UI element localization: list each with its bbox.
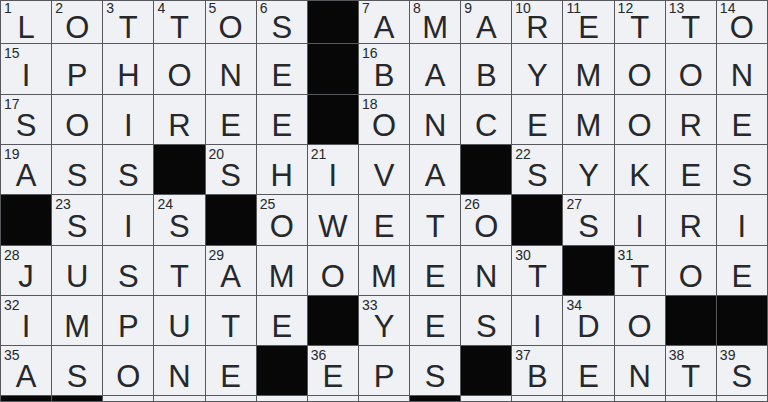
cell-letter: H — [257, 160, 307, 191]
cell-r5c7[interactable]: W — [308, 195, 359, 245]
black-cell-r8c6 — [257, 346, 308, 396]
cell-r7c2[interactable]: M — [52, 296, 103, 346]
cell-letter: P — [359, 361, 409, 392]
black-cell-r9c1 — [1, 396, 52, 402]
cell-letter: O — [461, 211, 511, 242]
cell-r4c12[interactable]: Y — [563, 145, 614, 195]
cell-r8c2[interactable]: S — [52, 346, 103, 396]
cell-letter: M — [52, 311, 102, 342]
cell-letter: N — [461, 261, 511, 292]
cell-r5c6[interactable]: 25O — [257, 195, 308, 245]
cell-r9c10[interactable] — [461, 396, 512, 402]
cell-r8c1[interactable]: 35A — [1, 346, 52, 396]
cell-r1c12[interactable]: 11E — [563, 1, 614, 44]
black-cell-r7c7 — [308, 296, 359, 346]
cell-letter: I — [717, 211, 767, 242]
cell-letter: P — [52, 60, 102, 91]
cell-letter: S — [512, 160, 562, 191]
cell-r4c9[interactable]: A — [410, 145, 461, 195]
cell-letter: R — [154, 110, 204, 141]
cell-letter: A — [410, 160, 460, 191]
black-cell-r1c7 — [308, 1, 359, 44]
cell-letter: O — [615, 311, 665, 342]
cell-letter: O — [717, 12, 767, 43]
cell-letter: S — [410, 361, 460, 392]
cell-letter: E — [717, 261, 767, 292]
cell-letter: S — [717, 361, 767, 392]
black-cell-r4c4 — [154, 145, 205, 195]
cell-r3c6[interactable]: E — [257, 95, 308, 145]
black-cell-r9c9 — [410, 396, 461, 402]
cell-letter: B — [359, 60, 409, 91]
cell-r6c15[interactable]: E — [717, 246, 768, 296]
cell-letter: W — [308, 211, 358, 242]
cell-r3c8[interactable]: 18O — [359, 95, 410, 145]
cell-letter: S — [103, 160, 153, 191]
cell-r5c12[interactable]: 27S — [563, 195, 614, 245]
cell-r5c14[interactable]: R — [666, 195, 717, 245]
crossword-grid: 1L2O3T4T5O6S7A8M9A10R11E12T13T14O15IPHON… — [0, 0, 768, 402]
black-cell-r7c14 — [666, 296, 717, 346]
cell-r5c10[interactable]: 26O — [461, 195, 512, 245]
cell-r3c4[interactable]: R — [154, 95, 205, 145]
cell-r7c12[interactable]: 34D — [563, 296, 614, 346]
cell-r2c11[interactable]: Y — [512, 44, 563, 94]
cell-r7c4[interactable]: U — [154, 296, 205, 346]
cell-letter: S — [52, 160, 102, 191]
cell-letter: I — [615, 211, 665, 242]
cell-letter: C — [461, 110, 511, 141]
cell-r2c12[interactable]: M — [563, 44, 614, 94]
cell-r8c3[interactable]: O — [103, 346, 154, 396]
cell-letter: T — [410, 211, 460, 242]
cell-r2c8[interactable]: 16B — [359, 44, 410, 94]
black-cell-r3c7 — [308, 95, 359, 145]
cell-r8c7[interactable]: 36E — [308, 346, 359, 396]
cell-letter: I — [103, 110, 153, 141]
clue-number: 21 — [311, 147, 327, 161]
cell-r9c13[interactable] — [615, 396, 666, 402]
cell-letter: T — [666, 361, 716, 392]
cell-r3c13[interactable]: O — [615, 95, 666, 145]
cell-letter: I — [308, 160, 358, 191]
cell-letter: Y — [563, 160, 613, 191]
cell-letter: A — [461, 12, 511, 43]
cell-r6c3[interactable]: S — [103, 246, 154, 296]
cell-r5c9[interactable]: T — [410, 195, 461, 245]
cell-r4c7[interactable]: 21I — [308, 145, 359, 195]
cell-letter: U — [52, 261, 102, 292]
cell-r1c3[interactable]: 3T — [103, 1, 154, 44]
cell-letter: E — [666, 160, 716, 191]
cell-letter: S — [717, 160, 767, 191]
cell-letter: A — [1, 160, 51, 191]
cell-r3c5[interactable]: E — [206, 95, 257, 145]
cell-r1c15[interactable]: 14O — [717, 1, 768, 44]
cell-r4c5[interactable]: 20S — [206, 145, 257, 195]
cell-r1c6[interactable]: 6S — [257, 1, 308, 44]
black-cell-r4c10 — [461, 145, 512, 195]
cell-r2c6[interactable]: E — [257, 44, 308, 94]
cell-r1c14[interactable]: 13T — [666, 1, 717, 44]
cell-letter: V — [359, 160, 409, 191]
cell-r3c10[interactable]: C — [461, 95, 512, 145]
cell-r8c5[interactable]: E — [206, 346, 257, 396]
cell-letter: T — [666, 12, 716, 43]
cell-letter: M — [563, 110, 613, 141]
cell-r5c4[interactable]: 24S — [154, 195, 205, 245]
cell-letter: S — [103, 261, 153, 292]
cell-letter: M — [563, 60, 613, 91]
cell-letter: E — [359, 211, 409, 242]
cell-letter: M — [359, 261, 409, 292]
cell-r7c8[interactable]: 33Y — [359, 296, 410, 346]
clue-number: 32 — [4, 298, 20, 312]
cell-letter: E — [206, 361, 256, 392]
cell-r2c5[interactable]: N — [206, 44, 257, 94]
cell-r3c2[interactable]: O — [52, 95, 103, 145]
cell-letter: U — [154, 311, 204, 342]
cell-r3c3[interactable]: I — [103, 95, 154, 145]
cell-r4c11[interactable]: 22S — [512, 145, 563, 195]
cell-letter: T — [512, 261, 562, 292]
cell-r3c15[interactable]: E — [717, 95, 768, 145]
cell-letter: L — [1, 12, 51, 43]
cell-letter: I — [1, 311, 51, 342]
cell-letter: D — [563, 311, 613, 342]
cell-letter: O — [615, 60, 665, 91]
cell-r1c1[interactable]: 1L — [1, 1, 52, 44]
cell-letter: O — [257, 211, 307, 242]
cell-letter: O — [103, 361, 153, 392]
cell-letter: O — [52, 12, 102, 43]
cell-r8c11[interactable]: 37B — [512, 346, 563, 396]
cell-r2c1[interactable]: 15I — [1, 44, 52, 94]
black-cell-r7c15 — [717, 296, 768, 346]
cell-r6c4[interactable]: T — [154, 246, 205, 296]
cell-r2c4[interactable]: O — [154, 44, 205, 94]
cell-letter: P — [103, 311, 153, 342]
cell-r8c8[interactable]: P — [359, 346, 410, 396]
cell-r9c12[interactable] — [563, 396, 614, 402]
cell-letter: A — [1, 361, 51, 392]
cell-letter: T — [154, 261, 204, 292]
cell-r5c2[interactable]: 23S — [52, 195, 103, 245]
cell-letter: T — [154, 12, 204, 43]
cell-r2c15[interactable]: N — [717, 44, 768, 94]
cell-r6c7[interactable]: O — [308, 246, 359, 296]
cell-r1c9[interactable]: 8M — [410, 1, 461, 44]
cell-letter: E — [410, 261, 460, 292]
cell-letter: E — [257, 311, 307, 342]
cell-r7c11[interactable]: I — [512, 296, 563, 346]
cell-r3c11[interactable]: E — [512, 95, 563, 145]
cell-r2c13[interactable]: O — [615, 44, 666, 94]
cell-r9c11[interactable] — [512, 396, 563, 402]
clue-number: 28 — [4, 248, 20, 262]
cell-r9c3[interactable] — [103, 396, 154, 402]
cell-letter: H — [103, 60, 153, 91]
cell-r7c5[interactable]: T — [206, 296, 257, 346]
cell-r6c10[interactable]: N — [461, 246, 512, 296]
cell-r1c2[interactable]: 2O — [52, 1, 103, 44]
cell-r6c5[interactable]: 29A — [206, 246, 257, 296]
cell-r9c7[interactable] — [308, 396, 359, 402]
black-cell-r2c7 — [308, 44, 359, 94]
cell-r6c2[interactable]: U — [52, 246, 103, 296]
cell-r2c9[interactable]: A — [410, 44, 461, 94]
black-cell-r9c2 — [52, 396, 103, 402]
cell-r7c3[interactable]: P — [103, 296, 154, 346]
cell-letter: Y — [359, 311, 409, 342]
cell-letter: I — [512, 311, 562, 342]
cell-letter: S — [154, 211, 204, 242]
cell-letter: M — [257, 261, 307, 292]
cell-r9c15[interactable] — [717, 396, 768, 402]
cell-r4c13[interactable]: K — [615, 145, 666, 195]
cell-r8c9[interactable]: S — [410, 346, 461, 396]
cell-r5c13[interactable]: I — [615, 195, 666, 245]
cell-r2c10[interactable]: B — [461, 44, 512, 94]
cell-r1c10[interactable]: 9A — [461, 1, 512, 44]
cell-r8c15[interactable]: 39S — [717, 346, 768, 396]
cell-r1c8[interactable]: 7A — [359, 1, 410, 44]
cell-r7c9[interactable]: E — [410, 296, 461, 346]
cell-letter: E — [257, 60, 307, 91]
cell-r7c1[interactable]: 32I — [1, 296, 52, 346]
cell-letter: K — [615, 160, 665, 191]
cell-letter: T — [615, 12, 665, 43]
cell-letter: B — [461, 60, 511, 91]
cell-r2c2[interactable]: P — [52, 44, 103, 94]
cell-letter: N — [410, 110, 460, 141]
cell-letter: A — [410, 60, 460, 91]
cell-r6c11[interactable]: 30T — [512, 246, 563, 296]
cell-r3c12[interactable]: M — [563, 95, 614, 145]
cell-letter: E — [512, 110, 562, 141]
cell-letter: E — [563, 361, 613, 392]
cell-letter: E — [717, 110, 767, 141]
cell-letter: B — [512, 361, 562, 392]
cell-letter: J — [1, 261, 51, 292]
cell-r4c2[interactable]: S — [52, 145, 103, 195]
cell-letter: E — [410, 311, 460, 342]
cell-r1c5[interactable]: 5O — [206, 1, 257, 44]
cell-letter: S — [1, 110, 51, 141]
cell-r2c3[interactable]: H — [103, 44, 154, 94]
cell-r4c1[interactable]: 19A — [1, 145, 52, 195]
black-cell-r5c1 — [1, 195, 52, 245]
cell-letter: S — [461, 311, 511, 342]
cell-letter: O — [666, 60, 716, 91]
cell-r1c11[interactable]: 10R — [512, 1, 563, 44]
cell-letter: O — [206, 12, 256, 43]
cell-r7c13[interactable]: O — [615, 296, 666, 346]
cell-letter: E — [206, 110, 256, 141]
cell-r9c14[interactable] — [666, 396, 717, 402]
cell-r9c6[interactable] — [257, 396, 308, 402]
cell-r6c13[interactable]: 31T — [615, 246, 666, 296]
cell-r9c8[interactable] — [359, 396, 410, 402]
cell-letter: S — [206, 160, 256, 191]
cell-letter: R — [666, 211, 716, 242]
cell-letter: R — [666, 110, 716, 141]
cell-r7c10[interactable]: S — [461, 296, 512, 346]
cell-r7c6[interactable]: E — [257, 296, 308, 346]
cell-letter: Y — [512, 60, 562, 91]
cell-r9c4[interactable] — [154, 396, 205, 402]
cell-r8c12[interactable]: E — [563, 346, 614, 396]
cell-r8c4[interactable]: N — [154, 346, 205, 396]
black-cell-r8c10 — [461, 346, 512, 396]
cell-r3c9[interactable]: N — [410, 95, 461, 145]
cell-r2c14[interactable]: O — [666, 44, 717, 94]
cell-r8c14[interactable]: 38T — [666, 346, 717, 396]
black-cell-r6c12 — [563, 246, 614, 296]
cell-letter: A — [206, 261, 256, 292]
cell-r4c8[interactable]: V — [359, 145, 410, 195]
cell-letter: R — [512, 12, 562, 43]
cell-letter: N — [717, 60, 767, 91]
cell-letter: S — [257, 12, 307, 43]
cell-letter: T — [103, 12, 153, 43]
cell-r4c3[interactable]: S — [103, 145, 154, 195]
cell-r4c15[interactable]: S — [717, 145, 768, 195]
cell-letter: O — [615, 110, 665, 141]
clue-number: 15 — [4, 46, 20, 60]
black-cell-r5c5 — [206, 195, 257, 245]
cell-letter: E — [257, 110, 307, 141]
cell-r6c6[interactable]: M — [257, 246, 308, 296]
cell-r6c1[interactable]: 28J — [1, 246, 52, 296]
cell-letter: T — [206, 311, 256, 342]
cell-r5c3[interactable]: I — [103, 195, 154, 245]
cell-letter: O — [308, 261, 358, 292]
cell-letter: S — [52, 211, 102, 242]
cell-r5c8[interactable]: E — [359, 195, 410, 245]
cell-letter: S — [563, 211, 613, 242]
cell-letter: N — [615, 361, 665, 392]
cell-letter: N — [206, 60, 256, 91]
cell-r3c1[interactable]: 17S — [1, 95, 52, 145]
cell-letter: I — [1, 60, 51, 91]
cell-r4c6[interactable]: H — [257, 145, 308, 195]
cell-letter: A — [359, 12, 409, 43]
cell-letter: E — [308, 361, 358, 392]
cell-letter: O — [154, 60, 204, 91]
cell-r4c14[interactable]: E — [666, 145, 717, 195]
cell-r6c9[interactable]: E — [410, 246, 461, 296]
cell-r6c14[interactable]: O — [666, 246, 717, 296]
cell-letter: O — [666, 261, 716, 292]
cell-r1c4[interactable]: 4T — [154, 1, 205, 44]
cell-letter: S — [52, 361, 102, 392]
cell-letter: I — [103, 211, 153, 242]
cell-r1c13[interactable]: 12T — [615, 1, 666, 44]
cell-r8c13[interactable]: N — [615, 346, 666, 396]
black-cell-r5c11 — [512, 195, 563, 245]
cell-r6c8[interactable]: M — [359, 246, 410, 296]
cell-r3c14[interactable]: R — [666, 95, 717, 145]
cell-r9c5[interactable] — [206, 396, 257, 402]
cell-r5c15[interactable]: I — [717, 195, 768, 245]
cell-letter: O — [359, 110, 409, 141]
cell-letter: E — [563, 12, 613, 43]
cell-letter: N — [154, 361, 204, 392]
cell-letter: T — [615, 261, 665, 292]
cell-letter: M — [410, 12, 460, 43]
cell-letter: O — [52, 110, 102, 141]
